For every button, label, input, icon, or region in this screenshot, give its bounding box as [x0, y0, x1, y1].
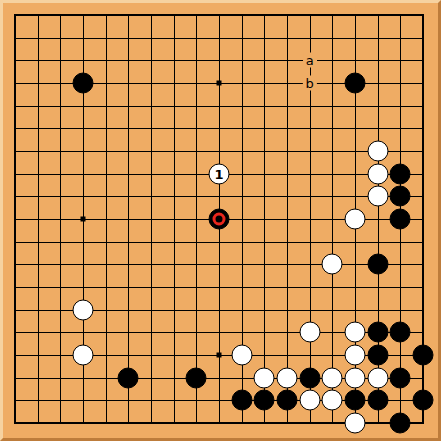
black-stone [73, 73, 94, 94]
white-stone [345, 322, 366, 343]
red-circle-mark [213, 213, 226, 226]
white-stone-move-1: 1 [209, 163, 230, 184]
black-stone [345, 73, 366, 94]
white-stone [299, 390, 320, 411]
white-stone [345, 413, 366, 434]
grid-line-vertical [332, 15, 333, 423]
board-grid: ab1 [15, 15, 423, 423]
black-stone [299, 367, 320, 388]
hoshi-point [217, 353, 222, 358]
black-stone [231, 390, 252, 411]
white-stone [322, 367, 343, 388]
black-stone [390, 367, 411, 388]
black-stone [254, 390, 275, 411]
white-stone [254, 367, 275, 388]
white-stone [322, 390, 343, 411]
black-stone [390, 186, 411, 207]
point-label-b: b [303, 76, 317, 91]
black-stone [345, 390, 366, 411]
grid-line-vertical [287, 15, 288, 423]
white-stone [367, 367, 388, 388]
move-number-label: 1 [214, 167, 223, 180]
black-stone [413, 390, 434, 411]
hoshi-point [217, 81, 222, 86]
white-stone [345, 367, 366, 388]
grid-line-vertical [264, 15, 265, 423]
black-stone [390, 322, 411, 343]
white-stone [73, 299, 94, 320]
white-stone [345, 345, 366, 366]
white-stone [345, 209, 366, 230]
grid-line-horizontal [15, 242, 423, 243]
black-stone [390, 413, 411, 434]
white-stone [277, 367, 298, 388]
black-stone [367, 254, 388, 275]
grid-line-horizontal [15, 264, 423, 265]
go-board: ab1 [0, 0, 441, 441]
black-stone [367, 390, 388, 411]
hoshi-point [81, 217, 86, 222]
black-stone [118, 367, 139, 388]
black-stone [367, 345, 388, 366]
white-stone [73, 345, 94, 366]
white-stone [367, 141, 388, 162]
black-stone [413, 345, 434, 366]
marked-black-stone [209, 209, 230, 230]
black-stone [367, 322, 388, 343]
white-stone [322, 254, 343, 275]
black-stone [390, 163, 411, 184]
black-stone [186, 367, 207, 388]
point-label-a: a [303, 53, 317, 68]
white-stone [231, 345, 252, 366]
grid-line-horizontal [15, 287, 423, 288]
white-stone [299, 322, 320, 343]
white-stone [367, 186, 388, 207]
white-stone [367, 163, 388, 184]
black-stone [390, 209, 411, 230]
black-stone [277, 390, 298, 411]
